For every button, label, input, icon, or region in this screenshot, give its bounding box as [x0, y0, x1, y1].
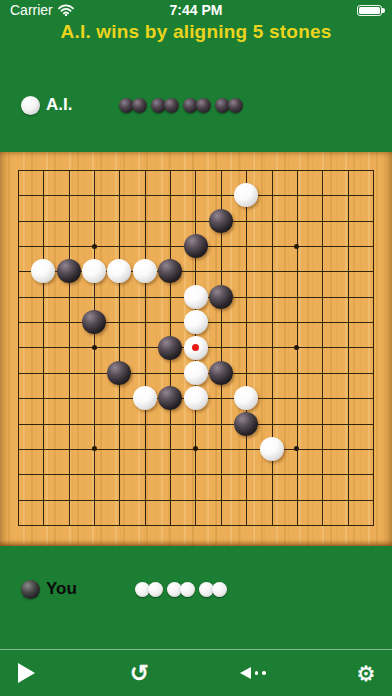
captured-stone-white	[180, 582, 195, 597]
app-screen: Carrier 7:44 PM A.I. wins by aligning 5 …	[0, 0, 392, 696]
bottom-toolbar: ↺ ⚙	[0, 649, 392, 696]
stone-white	[260, 437, 284, 461]
star-point	[92, 244, 97, 249]
captured-stone-white	[148, 582, 163, 597]
white-stone-icon	[21, 96, 40, 115]
ai-captured-stones-tray	[119, 93, 243, 117]
stone-black	[209, 285, 233, 309]
stone-white	[184, 386, 208, 410]
gomoku-board[interactable]	[0, 152, 392, 546]
player-ai-label: A.I.	[46, 95, 72, 115]
player-row-ai: A.I.	[0, 93, 392, 117]
stone-black	[57, 259, 81, 283]
captured-stone-black	[164, 98, 179, 113]
battery-icon	[357, 5, 382, 16]
stone-black	[209, 209, 233, 233]
gear-icon: ⚙	[357, 663, 376, 684]
step-back-icon	[240, 667, 266, 679]
captured-stone-black	[228, 98, 243, 113]
you-captured-stones-tray	[119, 577, 243, 601]
stone-white	[184, 336, 208, 360]
captured-stone-white	[212, 582, 227, 597]
last-move-marker	[192, 344, 199, 351]
step-back-button[interactable]	[240, 658, 266, 688]
stone-black	[158, 336, 182, 360]
stone-black	[184, 234, 208, 258]
stone-white	[184, 361, 208, 385]
player-you-label: You	[46, 579, 77, 599]
restart-button[interactable]: ↺	[126, 658, 152, 688]
play-icon	[18, 663, 35, 683]
stone-black	[209, 361, 233, 385]
player-row-you: You	[0, 577, 392, 601]
captured-stone-black	[196, 98, 211, 113]
stone-white	[184, 310, 208, 334]
captured-stone-black	[132, 98, 147, 113]
black-stone-icon	[21, 580, 40, 599]
clock: 7:44 PM	[0, 2, 392, 18]
restart-icon: ↺	[130, 662, 149, 685]
star-point	[92, 345, 97, 350]
settings-button[interactable]: ⚙	[353, 658, 379, 688]
stone-white	[184, 285, 208, 309]
status-bar: Carrier 7:44 PM	[0, 0, 392, 20]
game-status-message: A.I. wins by aligning 5 stones	[0, 21, 392, 43]
play-button[interactable]	[13, 658, 39, 688]
stone-black	[234, 412, 258, 436]
stone-white	[133, 386, 157, 410]
